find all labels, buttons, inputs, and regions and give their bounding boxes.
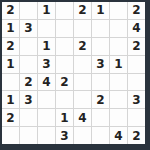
cell-r7c7[interactable]: [110, 109, 127, 126]
cell-r7c8[interactable]: [128, 109, 145, 126]
cell-r5c2[interactable]: 2: [20, 74, 37, 91]
cell-r4c3[interactable]: 3: [38, 56, 55, 73]
cell-r3c2[interactable]: [20, 38, 37, 55]
cell-r8c4[interactable]: 3: [56, 127, 73, 144]
cell-r1c7[interactable]: [110, 2, 127, 19]
cell-r3c6[interactable]: [92, 38, 109, 55]
cell-r1c5[interactable]: 2: [74, 2, 91, 19]
cell-r8c1[interactable]: [2, 127, 19, 144]
cell-r1c4[interactable]: [56, 2, 73, 19]
cell-r2c1[interactable]: 1: [2, 20, 19, 37]
cell-r6c3[interactable]: [38, 91, 55, 108]
cell-r6c5[interactable]: [74, 91, 91, 108]
cell-r2c7[interactable]: [110, 20, 127, 37]
cell-r4c7[interactable]: 1: [110, 56, 127, 73]
cell-r7c6[interactable]: [92, 109, 109, 126]
cell-r5c6[interactable]: [92, 74, 109, 91]
cell-r6c1[interactable]: 1: [2, 91, 19, 108]
cell-r2c2[interactable]: 3: [20, 20, 37, 37]
cell-r5c7[interactable]: [110, 74, 127, 91]
cell-r6c7[interactable]: [110, 91, 127, 108]
cell-r1c3[interactable]: 1: [38, 2, 55, 19]
cell-r4c5[interactable]: [74, 56, 91, 73]
cell-r4c8[interactable]: [128, 56, 145, 73]
cell-r1c6[interactable]: 1: [92, 2, 109, 19]
cell-r1c8[interactable]: 2: [128, 2, 145, 19]
cell-r1c2[interactable]: [20, 2, 37, 19]
cell-r4c1[interactable]: 1: [2, 56, 19, 73]
cell-r1c1[interactable]: 2: [2, 2, 19, 19]
cell-r2c3[interactable]: [38, 20, 55, 37]
cell-r8c3[interactable]: [38, 127, 55, 144]
cell-r8c8[interactable]: 2: [128, 127, 145, 144]
cell-r3c1[interactable]: 2: [2, 38, 19, 55]
cell-r8c2[interactable]: [20, 127, 37, 144]
cell-r5c5[interactable]: [74, 74, 91, 91]
cell-r5c3[interactable]: 4: [38, 74, 55, 91]
cell-r7c3[interactable]: [38, 109, 55, 126]
cell-r3c4[interactable]: [56, 38, 73, 55]
cell-r3c8[interactable]: 2: [128, 38, 145, 55]
cell-r7c1[interactable]: 2: [2, 109, 19, 126]
cell-r6c4[interactable]: [56, 91, 73, 108]
cell-r7c2[interactable]: [20, 109, 37, 126]
cell-r3c3[interactable]: 1: [38, 38, 55, 55]
cell-r3c7[interactable]: [110, 38, 127, 55]
cell-r8c6[interactable]: [92, 127, 109, 144]
cell-r2c5[interactable]: [74, 20, 91, 37]
cell-r8c7[interactable]: 4: [110, 127, 127, 144]
cell-r4c4[interactable]: [56, 56, 73, 73]
cell-r7c5[interactable]: 4: [74, 109, 91, 126]
cell-r4c6[interactable]: 3: [92, 56, 109, 73]
puzzle-board-frame: 21212134212213312421323214342: [0, 0, 150, 150]
cell-r6c2[interactable]: 3: [20, 91, 37, 108]
cell-r2c6[interactable]: [92, 20, 109, 37]
cell-r4c2[interactable]: [20, 56, 37, 73]
cell-r6c8[interactable]: 3: [128, 91, 145, 108]
cell-r2c8[interactable]: 4: [128, 20, 145, 37]
cell-r7c4[interactable]: 1: [56, 109, 73, 126]
cell-r5c1[interactable]: [2, 74, 19, 91]
cell-r5c8[interactable]: [128, 74, 145, 91]
puzzle-board: 21212134212213312421323214342: [2, 2, 145, 144]
cell-r8c5[interactable]: [74, 127, 91, 144]
cell-r2c4[interactable]: [56, 20, 73, 37]
cell-r5c4[interactable]: 2: [56, 74, 73, 91]
cell-r3c5[interactable]: 2: [74, 38, 91, 55]
cell-r6c6[interactable]: 2: [92, 91, 109, 108]
